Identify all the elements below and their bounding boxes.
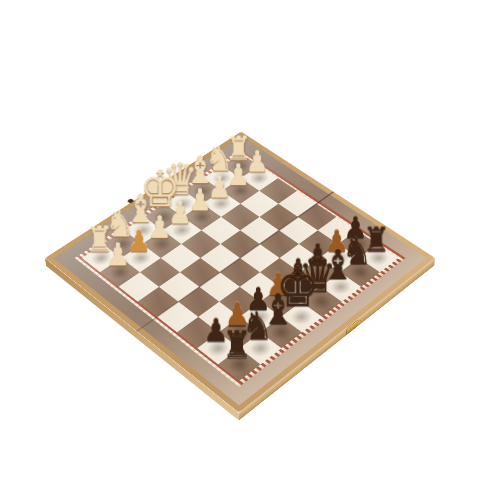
piece-glyph: ♟ [89, 240, 147, 270]
product-photo-canvas: ♜♞♝♛♚♝♞♜♟♟♟♟♟♟♟♟♟♟♟♟♟♟♟♟♜♞♝♛♚♝♞♜ [0, 0, 500, 500]
chess-board: ♜♞♝♛♚♝♞♜♟♟♟♟♟♟♟♟♟♟♟♟♟♟♟♟♜♞♝♛♚♝♞♜ [45, 132, 435, 413]
piece-glyph: ♜ [206, 326, 268, 363]
